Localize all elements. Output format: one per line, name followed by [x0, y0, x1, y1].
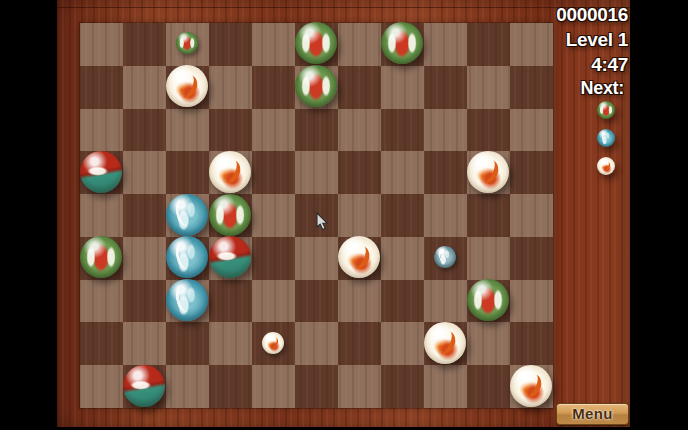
board-cell[interactable]: [166, 194, 209, 237]
next-marble-blue: [597, 129, 615, 147]
board-cell[interactable]: [166, 109, 209, 152]
board-cell[interactable]: [381, 151, 424, 194]
next-marble-white-orange: [597, 157, 615, 175]
board-cell[interactable]: [209, 280, 252, 323]
board-cell[interactable]: [467, 66, 510, 109]
board-cell[interactable]: [510, 23, 553, 66]
board-cell[interactable]: [338, 237, 381, 280]
board-cell[interactable]: [209, 237, 252, 280]
board-cell[interactable]: [467, 237, 510, 280]
board-cell[interactable]: [166, 66, 209, 109]
board-cell[interactable]: [80, 237, 123, 280]
wood-background: [57, 0, 630, 427]
game-window: 0000016 Level 1 4:47 Next: Menu: [0, 0, 688, 430]
board-cell[interactable]: [510, 151, 553, 194]
board-cell[interactable]: [381, 194, 424, 237]
board-cell[interactable]: [338, 194, 381, 237]
menu-button[interactable]: Menu: [556, 403, 629, 425]
board-cell[interactable]: [80, 194, 123, 237]
board-cell[interactable]: [510, 280, 553, 323]
board-cell[interactable]: [252, 66, 295, 109]
board-cell[interactable]: [295, 365, 338, 408]
board-cell[interactable]: [424, 66, 467, 109]
board-cell[interactable]: [209, 322, 252, 365]
board-cell[interactable]: [295, 109, 338, 152]
board-cell[interactable]: [381, 237, 424, 280]
board-cell[interactable]: [381, 280, 424, 323]
board-cell[interactable]: [166, 23, 209, 66]
board-cell[interactable]: [424, 194, 467, 237]
next-label: Next:: [580, 79, 624, 97]
board-cell[interactable]: [338, 151, 381, 194]
board-cell[interactable]: [467, 322, 510, 365]
board-cell[interactable]: [80, 23, 123, 66]
board-cell[interactable]: [467, 365, 510, 408]
mouse-cursor-icon: [316, 212, 329, 231]
board-cell[interactable]: [252, 365, 295, 408]
board-cell[interactable]: [252, 109, 295, 152]
timer: 4:47: [591, 55, 628, 74]
board-cell[interactable]: [510, 365, 553, 408]
board-cell[interactable]: [295, 237, 338, 280]
board-cell[interactable]: [252, 23, 295, 66]
board-cell[interactable]: [166, 237, 209, 280]
board-cell[interactable]: [209, 23, 252, 66]
board-cell[interactable]: [123, 322, 166, 365]
board-cell[interactable]: [80, 66, 123, 109]
board-cell[interactable]: [209, 109, 252, 152]
board-cell[interactable]: [338, 23, 381, 66]
board-cell[interactable]: [338, 322, 381, 365]
board-cell[interactable]: [381, 365, 424, 408]
board-cell[interactable]: [338, 365, 381, 408]
board-cell[interactable]: [209, 365, 252, 408]
board-cell[interactable]: [510, 322, 553, 365]
board-cell[interactable]: [295, 280, 338, 323]
board-cell[interactable]: [424, 280, 467, 323]
board-cell[interactable]: [381, 109, 424, 152]
board-cell[interactable]: [123, 365, 166, 408]
board-cell[interactable]: [381, 66, 424, 109]
board-cell[interactable]: [467, 194, 510, 237]
board-cell[interactable]: [123, 109, 166, 152]
board-cell[interactable]: [295, 151, 338, 194]
board-cell[interactable]: [80, 280, 123, 323]
board-cell[interactable]: [381, 322, 424, 365]
board-cell[interactable]: [424, 151, 467, 194]
board-cell[interactable]: [338, 280, 381, 323]
board-cell[interactable]: [123, 23, 166, 66]
board-cell[interactable]: [338, 109, 381, 152]
board-cell[interactable]: [80, 365, 123, 408]
board-cell[interactable]: [80, 322, 123, 365]
board-cell[interactable]: [209, 151, 252, 194]
board-cell[interactable]: [467, 280, 510, 323]
board-cell[interactable]: [123, 66, 166, 109]
board-cell[interactable]: [424, 365, 467, 408]
board-cell[interactable]: [209, 194, 252, 237]
board-cell[interactable]: [123, 280, 166, 323]
board-cell[interactable]: [510, 109, 553, 152]
level-indicator: Level 1: [566, 30, 628, 49]
board-cell[interactable]: [166, 365, 209, 408]
board-cell[interactable]: [510, 194, 553, 237]
board-cell[interactable]: [467, 151, 510, 194]
board-cell[interactable]: [123, 151, 166, 194]
board-cell[interactable]: [80, 109, 123, 152]
board-cell[interactable]: [424, 237, 467, 280]
board-cell[interactable]: [381, 23, 424, 66]
board-cell[interactable]: [424, 23, 467, 66]
score-counter: 0000016: [556, 5, 628, 24]
board-cell[interactable]: [510, 237, 553, 280]
board-cell[interactable]: [166, 151, 209, 194]
board-cell[interactable]: [467, 109, 510, 152]
board-cell[interactable]: [252, 194, 295, 237]
board-cell[interactable]: [123, 194, 166, 237]
board-cell[interactable]: [252, 237, 295, 280]
board-cell[interactable]: [295, 23, 338, 66]
board-cell[interactable]: [295, 66, 338, 109]
board-cell[interactable]: [166, 280, 209, 323]
board-cell[interactable]: [510, 66, 553, 109]
board-cell[interactable]: [338, 66, 381, 109]
board-cell[interactable]: [166, 322, 209, 365]
board-cell[interactable]: [123, 237, 166, 280]
board-cell[interactable]: [252, 322, 295, 365]
board-cell[interactable]: [424, 109, 467, 152]
board-cell[interactable]: [252, 280, 295, 323]
board-cell[interactable]: [80, 151, 123, 194]
board-cell[interactable]: [209, 66, 252, 109]
next-marbles: [597, 101, 615, 177]
board-cell[interactable]: [424, 322, 467, 365]
board-cell[interactable]: [252, 151, 295, 194]
board-cell[interactable]: [295, 322, 338, 365]
board-cell[interactable]: [467, 23, 510, 66]
next-marble-green-red: [597, 101, 615, 119]
